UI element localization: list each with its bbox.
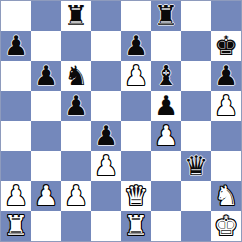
square-h3[interactable] xyxy=(211,151,241,181)
square-b5[interactable] xyxy=(31,91,61,121)
piece-black-queen[interactable]: ♛ xyxy=(184,152,208,179)
square-e4[interactable] xyxy=(121,121,151,151)
square-g1[interactable] xyxy=(181,211,211,241)
piece-white-pawn[interactable]: ♟ xyxy=(4,182,28,209)
piece-white-rook[interactable]: ♜ xyxy=(4,212,28,239)
square-b6[interactable]: ♟ xyxy=(31,61,61,91)
square-f3[interactable] xyxy=(151,151,181,181)
piece-white-pawn[interactable]: ♟ xyxy=(94,152,118,179)
piece-black-king[interactable]: ♚ xyxy=(214,32,238,59)
square-h2[interactable]: ♞ xyxy=(211,181,241,211)
square-h4[interactable] xyxy=(211,121,241,151)
piece-white-king[interactable]: ♚ xyxy=(214,212,238,239)
piece-black-pawn[interactable]: ♟ xyxy=(154,92,178,119)
square-a5[interactable] xyxy=(1,91,31,121)
square-d3[interactable]: ♟ xyxy=(91,151,121,181)
piece-black-pawn[interactable]: ♟ xyxy=(34,62,58,89)
square-c8[interactable]: ♜ xyxy=(61,1,91,31)
piece-black-bishop[interactable]: ♝ xyxy=(154,62,178,89)
piece-white-rook[interactable]: ♜ xyxy=(124,212,148,239)
square-d2[interactable] xyxy=(91,181,121,211)
square-a4[interactable] xyxy=(1,121,31,151)
square-a2[interactable]: ♟ xyxy=(1,181,31,211)
piece-white-pawn[interactable]: ♟ xyxy=(124,62,148,89)
square-d8[interactable] xyxy=(91,1,121,31)
square-c4[interactable] xyxy=(61,121,91,151)
square-b2[interactable]: ♟ xyxy=(31,181,61,211)
square-e2[interactable]: ♛ xyxy=(121,181,151,211)
square-c2[interactable]: ♟ xyxy=(61,181,91,211)
square-b7[interactable] xyxy=(31,31,61,61)
square-d7[interactable] xyxy=(91,31,121,61)
square-b4[interactable] xyxy=(31,121,61,151)
piece-black-pawn[interactable]: ♟ xyxy=(124,32,148,59)
square-e7[interactable]: ♟ xyxy=(121,31,151,61)
piece-white-knight[interactable]: ♞ xyxy=(214,182,238,209)
square-f8[interactable]: ♜ xyxy=(151,1,181,31)
square-h1[interactable]: ♚ xyxy=(211,211,241,241)
square-e3[interactable] xyxy=(121,151,151,181)
square-f6[interactable]: ♝ xyxy=(151,61,181,91)
square-f1[interactable] xyxy=(151,211,181,241)
square-f2[interactable] xyxy=(151,181,181,211)
square-g3[interactable]: ♛ xyxy=(181,151,211,181)
square-c1[interactable] xyxy=(61,211,91,241)
square-c5[interactable]: ♟ xyxy=(61,91,91,121)
piece-black-pawn[interactable]: ♟ xyxy=(94,122,118,149)
square-g6[interactable] xyxy=(181,61,211,91)
square-g8[interactable] xyxy=(181,1,211,31)
square-d4[interactable]: ♟ xyxy=(91,121,121,151)
square-g2[interactable] xyxy=(181,181,211,211)
piece-white-pawn[interactable]: ♟ xyxy=(154,122,178,149)
square-h7[interactable]: ♚ xyxy=(211,31,241,61)
square-h8[interactable] xyxy=(211,1,241,31)
square-b3[interactable] xyxy=(31,151,61,181)
piece-black-pawn[interactable]: ♟ xyxy=(214,62,238,89)
chess-board-container: ♜♜♟♟♚♟♞♟♝♟♟♟♟♟♟♟♛♟♟♟♛♞♜♜♚ xyxy=(0,0,242,242)
chess-board: ♜♜♟♟♚♟♞♟♝♟♟♟♟♟♟♟♛♟♟♟♛♞♜♜♚ xyxy=(0,0,242,242)
square-a6[interactable] xyxy=(1,61,31,91)
piece-black-rook[interactable]: ♜ xyxy=(154,2,178,29)
square-b1[interactable] xyxy=(31,211,61,241)
square-e1[interactable]: ♜ xyxy=(121,211,151,241)
square-c3[interactable] xyxy=(61,151,91,181)
square-a8[interactable] xyxy=(1,1,31,31)
piece-white-pawn[interactable]: ♟ xyxy=(34,182,58,209)
square-a3[interactable] xyxy=(1,151,31,181)
piece-black-knight[interactable]: ♞ xyxy=(64,62,88,89)
piece-white-pawn[interactable]: ♟ xyxy=(214,92,238,119)
piece-white-pawn[interactable]: ♟ xyxy=(64,182,88,209)
square-g5[interactable] xyxy=(181,91,211,121)
square-g4[interactable] xyxy=(181,121,211,151)
square-d1[interactable] xyxy=(91,211,121,241)
square-e8[interactable] xyxy=(121,1,151,31)
square-a7[interactable]: ♟ xyxy=(1,31,31,61)
square-d6[interactable] xyxy=(91,61,121,91)
piece-black-rook[interactable]: ♜ xyxy=(64,2,88,29)
square-d5[interactable] xyxy=(91,91,121,121)
square-f5[interactable]: ♟ xyxy=(151,91,181,121)
square-h5[interactable]: ♟ xyxy=(211,91,241,121)
square-f7[interactable] xyxy=(151,31,181,61)
square-b8[interactable] xyxy=(31,1,61,31)
piece-black-pawn[interactable]: ♟ xyxy=(64,92,88,119)
square-a1[interactable]: ♜ xyxy=(1,211,31,241)
piece-white-queen[interactable]: ♛ xyxy=(124,182,148,209)
square-e6[interactable]: ♟ xyxy=(121,61,151,91)
square-h6[interactable]: ♟ xyxy=(211,61,241,91)
square-c6[interactable]: ♞ xyxy=(61,61,91,91)
piece-black-pawn[interactable]: ♟ xyxy=(4,32,28,59)
square-g7[interactable] xyxy=(181,31,211,61)
square-c7[interactable] xyxy=(61,31,91,61)
square-e5[interactable] xyxy=(121,91,151,121)
square-f4[interactable]: ♟ xyxy=(151,121,181,151)
